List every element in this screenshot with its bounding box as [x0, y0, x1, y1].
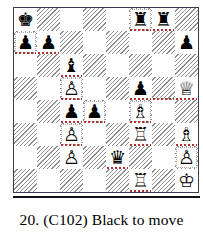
puzzle-caption: 20. (C102) Black to move: [0, 211, 203, 229]
square-b7: ♟: [37, 31, 60, 54]
piece-white-rook: ♖: [129, 123, 152, 146]
piece-black-rook: ♜: [129, 8, 152, 31]
square-c1: [60, 169, 83, 192]
square-g7: [152, 31, 175, 54]
square-b8: [37, 8, 60, 31]
square-f2: [129, 146, 152, 169]
piece-black-pawn: ♟: [175, 31, 198, 54]
square-c7: [60, 31, 83, 54]
square-h8: [175, 8, 198, 31]
square-e1: [106, 169, 129, 192]
square-h7: ♟: [175, 31, 198, 54]
piece-black-king: ♚: [14, 8, 37, 31]
piece-white-rook: ♖: [129, 169, 152, 192]
square-e5: [106, 77, 129, 100]
piece-white-pawn: ♙: [175, 146, 198, 169]
square-h4: [175, 100, 198, 123]
piece-black-pawn: ♟: [60, 100, 83, 123]
piece-black-pawn: ♟: [37, 31, 60, 54]
square-c2: ♙: [60, 146, 83, 169]
square-e6: [106, 54, 129, 77]
square-d6: [83, 54, 106, 77]
square-f4: ♗: [129, 100, 152, 123]
piece-black-bishop: ♝: [60, 54, 83, 77]
square-a6: [14, 54, 37, 77]
piece-white-bishop: ♗: [175, 123, 198, 146]
chess-board: ♚♜♜♟♟♟♝♙♟♕♟♟♗♙♖♗♙♛♙♖♔: [13, 7, 199, 193]
piece-white-queen: ♕: [175, 77, 198, 100]
square-h3: ♗: [175, 123, 198, 146]
board-base-rule: [13, 196, 200, 198]
piece-white-pawn: ♙: [60, 77, 83, 100]
square-a3: [14, 123, 37, 146]
square-h2: ♙: [175, 146, 198, 169]
square-e2: ♛: [106, 146, 129, 169]
square-a8: ♚: [14, 8, 37, 31]
square-a4: [14, 100, 37, 123]
square-f6: [129, 54, 152, 77]
square-b4: [37, 100, 60, 123]
square-b1: [37, 169, 60, 192]
square-g2: [152, 146, 175, 169]
square-g3: [152, 123, 175, 146]
square-e7: [106, 31, 129, 54]
square-a7: ♟: [14, 31, 37, 54]
square-a1: [14, 169, 37, 192]
chess-puzzle-page: ♚♜♜♟♟♟♝♙♟♕♟♟♗♙♖♗♙♛♙♖♔ 20. (C102) Black t…: [0, 0, 203, 241]
piece-black-pawn: ♟: [83, 100, 106, 123]
square-b2: [37, 146, 60, 169]
piece-white-pawn: ♙: [60, 123, 83, 146]
square-f3: ♖: [129, 123, 152, 146]
piece-black-rook: ♜: [152, 8, 175, 31]
square-c5: ♙: [60, 77, 83, 100]
piece-white-king: ♔: [175, 169, 198, 192]
square-f7: [129, 31, 152, 54]
square-d5: [83, 77, 106, 100]
square-h1: ♔: [175, 169, 198, 192]
piece-white-bishop: ♗: [129, 100, 152, 123]
piece-black-pawn: ♟: [14, 31, 37, 54]
square-e8: [106, 8, 129, 31]
square-g4: [152, 100, 175, 123]
square-c3: ♙: [60, 123, 83, 146]
square-g1: [152, 169, 175, 192]
piece-black-queen: ♛: [106, 146, 129, 169]
square-h6: [175, 54, 198, 77]
square-d1: [83, 169, 106, 192]
square-f8: ♜: [129, 8, 152, 31]
red-squiggle-mark: [130, 190, 151, 192]
square-b5: [37, 77, 60, 100]
piece-black-pawn: ♟: [129, 77, 152, 100]
square-a5: [14, 77, 37, 100]
piece-white-pawn: ♙: [60, 146, 83, 169]
square-b3: [37, 123, 60, 146]
square-d8: [83, 8, 106, 31]
square-d2: [83, 146, 106, 169]
square-d7: [83, 31, 106, 54]
square-d3: [83, 123, 106, 146]
square-c6: ♝: [60, 54, 83, 77]
square-h5: ♕: [175, 77, 198, 100]
square-a2: [14, 146, 37, 169]
square-d4: ♟: [83, 100, 106, 123]
square-c4: ♟: [60, 100, 83, 123]
square-e3: [106, 123, 129, 146]
square-g5: [152, 77, 175, 100]
square-e4: [106, 100, 129, 123]
square-g6: [152, 54, 175, 77]
square-f1: ♖: [129, 169, 152, 192]
square-f5: ♟: [129, 77, 152, 100]
square-g8: ♜: [152, 8, 175, 31]
square-c8: [60, 8, 83, 31]
square-b6: [37, 54, 60, 77]
